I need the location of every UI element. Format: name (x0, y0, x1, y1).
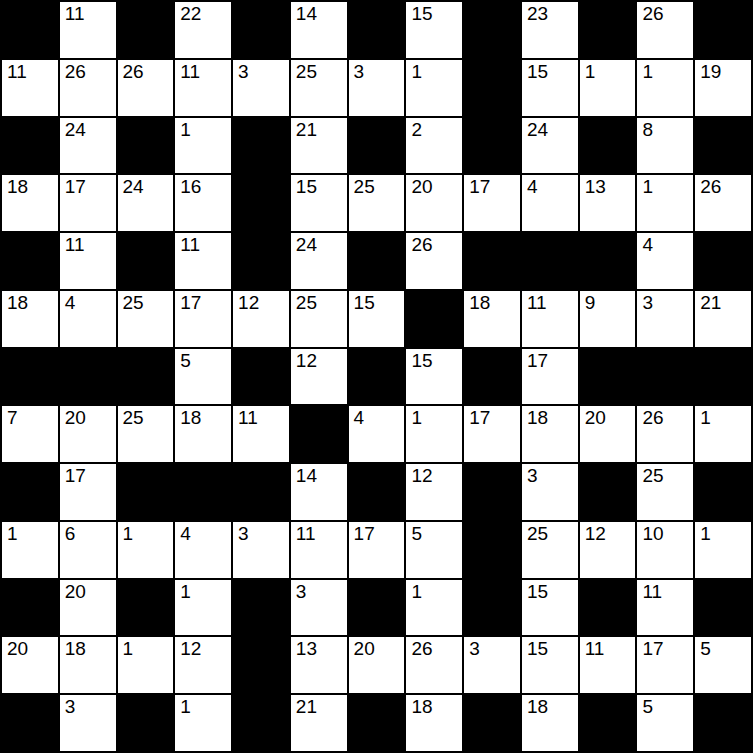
cell-number: 1 (411, 61, 422, 83)
letter-cell-r12c6[interactable]: 13 (290, 636, 348, 694)
letter-cell-r12c4[interactable]: 12 (174, 636, 232, 694)
block-cell-r13c1 (1, 694, 59, 752)
letter-cell-r6c13[interactable]: 21 (694, 290, 752, 348)
block-cell-r6c8 (405, 290, 463, 348)
block-cell-r12c5 (232, 636, 290, 694)
cell-number: 5 (642, 696, 653, 718)
cell-number: 18 (7, 176, 28, 198)
letter-cell-r9c6[interactable]: 14 (290, 463, 348, 521)
cell-number: 1 (411, 581, 422, 603)
letter-cell-r13c10[interactable]: 18 (521, 694, 579, 752)
letter-cell-r3c8[interactable]: 2 (405, 117, 463, 175)
cell-number: 1 (700, 523, 711, 545)
block-cell-r5c13 (694, 232, 752, 290)
cell-number: 1 (585, 61, 596, 83)
block-cell-r11c1 (1, 579, 59, 637)
letter-cell-r11c8[interactable]: 1 (405, 579, 463, 637)
letter-cell-r6c9[interactable]: 18 (463, 290, 521, 348)
letter-cell-r2c8[interactable]: 1 (405, 59, 463, 117)
cell-number: 12 (296, 350, 317, 372)
cell-number: 1 (700, 407, 711, 429)
cell-number: 1 (411, 407, 422, 429)
letter-cell-r8c10[interactable]: 18 (521, 405, 579, 463)
cell-number: 15 (527, 61, 548, 83)
letter-cell-r12c10[interactable]: 15 (521, 636, 579, 694)
letter-cell-r9c8[interactable]: 12 (405, 463, 463, 521)
codeword-board: 1122141523261126261132531151119241212248… (0, 0, 753, 753)
cell-number: 4 (642, 234, 653, 256)
cell-number: 6 (65, 523, 76, 545)
letter-cell-r7c8[interactable]: 15 (405, 348, 463, 406)
letter-cell-r6c1[interactable]: 18 (1, 290, 59, 348)
cell-number: 20 (585, 407, 606, 429)
cell-number: 1 (180, 696, 191, 718)
cell-number: 25 (527, 523, 548, 545)
letter-cell-r10c4[interactable]: 4 (174, 521, 232, 579)
cell-number: 18 (527, 696, 548, 718)
cell-number: 15 (296, 176, 317, 198)
letter-cell-r13c8[interactable]: 18 (405, 694, 463, 752)
letter-cell-r6c3[interactable]: 25 (117, 290, 175, 348)
block-cell-r11c11 (579, 579, 637, 637)
letter-cell-r1c12[interactable]: 26 (636, 1, 694, 59)
letter-cell-r6c6[interactable]: 25 (290, 290, 348, 348)
letter-cell-r12c3[interactable]: 1 (117, 636, 175, 694)
cell-number: 25 (123, 292, 144, 314)
cell-number: 21 (296, 696, 317, 718)
block-cell-r5c9 (463, 232, 521, 290)
cell-number: 12 (180, 638, 201, 660)
cell-number: 13 (585, 176, 606, 198)
letter-cell-r9c2[interactable]: 17 (59, 463, 117, 521)
letter-cell-r11c2[interactable]: 20 (59, 579, 117, 637)
cell-number: 11 (527, 292, 547, 314)
cell-number: 21 (296, 119, 317, 141)
cell-number: 26 (642, 407, 663, 429)
letter-cell-r10c3[interactable]: 1 (117, 521, 175, 579)
letter-cell-r2c13[interactable]: 19 (694, 59, 752, 117)
cell-number: 26 (700, 176, 721, 198)
letter-cell-r11c4[interactable]: 1 (174, 579, 232, 637)
letter-cell-r13c12[interactable]: 5 (636, 694, 694, 752)
block-cell-r1c11 (579, 1, 637, 59)
letter-cell-r1c6[interactable]: 14 (290, 1, 348, 59)
block-cell-r1c1 (1, 1, 59, 59)
letter-cell-r6c12[interactable]: 3 (636, 290, 694, 348)
cell-number: 18 (7, 292, 28, 314)
letter-cell-r8c7[interactable]: 4 (348, 405, 406, 463)
cell-number: 3 (642, 292, 653, 314)
cell-number: 3 (65, 696, 76, 718)
block-cell-r9c9 (463, 463, 521, 521)
letter-cell-r8c2[interactable]: 20 (59, 405, 117, 463)
letter-cell-r4c9[interactable]: 17 (463, 174, 521, 232)
block-cell-r5c5 (232, 232, 290, 290)
cell-number: 25 (642, 465, 663, 487)
block-cell-r9c7 (348, 463, 406, 521)
letter-cell-r3c4[interactable]: 1 (174, 117, 232, 175)
letter-cell-r2c7[interactable]: 3 (348, 59, 406, 117)
letter-cell-r2c12[interactable]: 1 (636, 59, 694, 117)
letter-cell-r7c10[interactable]: 17 (521, 348, 579, 406)
block-cell-r5c7 (348, 232, 406, 290)
letter-cell-r8c5[interactable]: 11 (232, 405, 290, 463)
letter-cell-r1c4[interactable]: 22 (174, 1, 232, 59)
cell-number: 11 (642, 581, 662, 603)
cell-number: 11 (65, 3, 85, 25)
cell-number: 3 (469, 638, 480, 660)
letter-cell-r3c12[interactable]: 8 (636, 117, 694, 175)
cell-number: 19 (700, 61, 721, 83)
block-cell-r7c9 (463, 348, 521, 406)
cell-number: 22 (180, 3, 201, 25)
cell-number: 26 (65, 61, 86, 83)
cell-number: 4 (354, 407, 365, 429)
cell-number: 23 (527, 3, 548, 25)
letter-cell-r8c8[interactable]: 1 (405, 405, 463, 463)
cell-number: 14 (296, 3, 317, 25)
cell-number: 24 (123, 176, 144, 198)
block-cell-r11c13 (694, 579, 752, 637)
cell-number: 7 (7, 407, 18, 429)
letter-cell-r5c6[interactable]: 24 (290, 232, 348, 290)
cell-number: 16 (180, 176, 201, 198)
cell-number: 3 (296, 581, 307, 603)
letter-cell-r9c12[interactable]: 25 (636, 463, 694, 521)
letter-cell-r10c1[interactable]: 1 (1, 521, 59, 579)
cell-number: 20 (411, 176, 432, 198)
cell-number: 3 (238, 523, 249, 545)
letter-cell-r2c10[interactable]: 15 (521, 59, 579, 117)
letter-cell-r5c8[interactable]: 26 (405, 232, 463, 290)
letter-cell-r6c10[interactable]: 11 (521, 290, 579, 348)
letter-cell-r9c10[interactable]: 3 (521, 463, 579, 521)
cell-number: 25 (123, 407, 144, 429)
block-cell-r5c3 (117, 232, 175, 290)
letter-cell-r5c2[interactable]: 11 (59, 232, 117, 290)
letter-cell-r10c11[interactable]: 12 (579, 521, 637, 579)
cell-number: 10 (642, 523, 663, 545)
cell-number: 9 (585, 292, 596, 314)
letter-cell-r5c4[interactable]: 11 (174, 232, 232, 290)
letter-cell-r4c8[interactable]: 20 (405, 174, 463, 232)
letter-cell-r13c4[interactable]: 1 (174, 694, 232, 752)
codeword-grid: 1122141523261126261132531151119241212248… (0, 0, 753, 753)
letter-cell-r6c2[interactable]: 4 (59, 290, 117, 348)
block-cell-r13c3 (117, 694, 175, 752)
cell-number: 1 (7, 523, 18, 545)
cell-number: 20 (7, 638, 28, 660)
letter-cell-r6c11[interactable]: 9 (579, 290, 637, 348)
letter-cell-r12c8[interactable]: 26 (405, 636, 463, 694)
block-cell-r7c5 (232, 348, 290, 406)
letter-cell-r4c12[interactable]: 1 (636, 174, 694, 232)
block-cell-r5c11 (579, 232, 637, 290)
letter-cell-r2c4[interactable]: 11 (174, 59, 232, 117)
letter-cell-r4c2[interactable]: 17 (59, 174, 117, 232)
block-cell-r8c6 (290, 405, 348, 463)
letter-cell-r2c5[interactable]: 3 (232, 59, 290, 117)
cell-number: 1 (180, 119, 191, 141)
block-cell-r3c1 (1, 117, 59, 175)
letter-cell-r10c12[interactable]: 10 (636, 521, 694, 579)
letter-cell-r4c7[interactable]: 25 (348, 174, 406, 232)
cell-number: 3 (238, 61, 249, 83)
cell-number: 5 (411, 523, 422, 545)
cell-number: 4 (527, 176, 538, 198)
cell-number: 15 (411, 3, 432, 25)
block-cell-r7c2 (59, 348, 117, 406)
block-cell-r7c11 (579, 348, 637, 406)
cell-number: 12 (238, 292, 259, 314)
cell-number: 5 (180, 350, 191, 372)
cell-number: 15 (411, 350, 432, 372)
cell-number: 1 (642, 176, 653, 198)
letter-cell-r8c11[interactable]: 20 (579, 405, 637, 463)
cell-number: 11 (180, 61, 200, 83)
cell-number: 26 (642, 3, 663, 25)
cell-number: 24 (296, 234, 317, 256)
letter-cell-r10c7[interactable]: 17 (348, 521, 406, 579)
block-cell-r13c9 (463, 694, 521, 752)
letter-cell-r3c2[interactable]: 24 (59, 117, 117, 175)
block-cell-r3c7 (348, 117, 406, 175)
cell-number: 4 (65, 292, 76, 314)
letter-cell-r6c4[interactable]: 17 (174, 290, 232, 348)
block-cell-r1c7 (348, 1, 406, 59)
cell-number: 15 (527, 638, 548, 660)
letter-cell-r10c5[interactable]: 3 (232, 521, 290, 579)
block-cell-r3c9 (463, 117, 521, 175)
letter-cell-r13c2[interactable]: 3 (59, 694, 117, 752)
cell-number: 1 (642, 61, 653, 83)
block-cell-r9c3 (117, 463, 175, 521)
cell-number: 26 (123, 61, 144, 83)
cell-number: 11 (65, 234, 85, 256)
letter-cell-r12c11[interactable]: 11 (579, 636, 637, 694)
block-cell-r13c5 (232, 694, 290, 752)
cell-number: 1 (123, 523, 134, 545)
cell-number: 20 (354, 638, 375, 660)
block-cell-r2c9 (463, 59, 521, 117)
letter-cell-r5c12[interactable]: 4 (636, 232, 694, 290)
cell-number: 13 (296, 638, 317, 660)
cell-number: 20 (65, 581, 86, 603)
block-cell-r3c13 (694, 117, 752, 175)
letter-cell-r12c9[interactable]: 3 (463, 636, 521, 694)
cell-number: 2 (411, 119, 422, 141)
cell-number: 18 (469, 292, 490, 314)
letter-cell-r4c1[interactable]: 18 (1, 174, 59, 232)
block-cell-r11c7 (348, 579, 406, 637)
cell-number: 26 (411, 638, 432, 660)
cell-number: 8 (642, 119, 653, 141)
block-cell-r7c13 (694, 348, 752, 406)
cell-number: 14 (296, 465, 317, 487)
block-cell-r3c3 (117, 117, 175, 175)
block-cell-r1c9 (463, 1, 521, 59)
block-cell-r1c3 (117, 1, 175, 59)
letter-cell-r10c2[interactable]: 6 (59, 521, 117, 579)
letter-cell-r10c8[interactable]: 5 (405, 521, 463, 579)
letter-cell-r12c12[interactable]: 17 (636, 636, 694, 694)
block-cell-r9c11 (579, 463, 637, 521)
letter-cell-r3c6[interactable]: 21 (290, 117, 348, 175)
cell-number: 11 (180, 234, 200, 256)
letter-cell-r8c1[interactable]: 7 (1, 405, 59, 463)
cell-number: 11 (7, 61, 27, 83)
letter-cell-r4c4[interactable]: 16 (174, 174, 232, 232)
cell-number: 5 (700, 638, 711, 660)
block-cell-r13c7 (348, 694, 406, 752)
letter-cell-r7c4[interactable]: 5 (174, 348, 232, 406)
cell-number: 17 (642, 638, 663, 660)
cell-number: 17 (527, 350, 548, 372)
block-cell-r13c13 (694, 694, 752, 752)
cell-number: 3 (527, 465, 538, 487)
letter-cell-r6c7[interactable]: 15 (348, 290, 406, 348)
letter-cell-r11c12[interactable]: 11 (636, 579, 694, 637)
block-cell-r7c1 (1, 348, 59, 406)
block-cell-r3c5 (232, 117, 290, 175)
cell-number: 17 (65, 176, 86, 198)
cell-number: 17 (469, 176, 490, 198)
letter-cell-r12c2[interactable]: 18 (59, 636, 117, 694)
cell-number: 24 (527, 119, 548, 141)
block-cell-r5c10 (521, 232, 579, 290)
cell-number: 1 (123, 638, 134, 660)
letter-cell-r8c4[interactable]: 18 (174, 405, 232, 463)
block-cell-r4c5 (232, 174, 290, 232)
letter-cell-r2c2[interactable]: 26 (59, 59, 117, 117)
cell-number: 3 (354, 61, 365, 83)
block-cell-r11c9 (463, 579, 521, 637)
cell-number: 11 (585, 638, 605, 660)
block-cell-r9c13 (694, 463, 752, 521)
letter-cell-r2c3[interactable]: 26 (117, 59, 175, 117)
letter-cell-r4c11[interactable]: 13 (579, 174, 637, 232)
cell-number: 18 (527, 407, 548, 429)
letter-cell-r7c6[interactable]: 12 (290, 348, 348, 406)
letter-cell-r4c3[interactable]: 24 (117, 174, 175, 232)
letter-cell-r2c1[interactable]: 11 (1, 59, 59, 117)
letter-cell-r4c10[interactable]: 4 (521, 174, 579, 232)
letter-cell-r13c6[interactable]: 21 (290, 694, 348, 752)
letter-cell-r1c2[interactable]: 11 (59, 1, 117, 59)
letter-cell-r11c6[interactable]: 3 (290, 579, 348, 637)
cell-number: 25 (354, 176, 375, 198)
block-cell-r7c3 (117, 348, 175, 406)
cell-number: 18 (180, 407, 201, 429)
block-cell-r1c5 (232, 1, 290, 59)
letter-cell-r2c6[interactable]: 25 (290, 59, 348, 117)
letter-cell-r4c13[interactable]: 26 (694, 174, 752, 232)
cell-number: 21 (700, 292, 721, 314)
letter-cell-r12c13[interactable]: 5 (694, 636, 752, 694)
cell-number: 18 (65, 638, 86, 660)
block-cell-r9c4 (174, 463, 232, 521)
cell-number: 11 (296, 523, 316, 545)
block-cell-r5c1 (1, 232, 59, 290)
block-cell-r11c5 (232, 579, 290, 637)
letter-cell-r10c10[interactable]: 25 (521, 521, 579, 579)
cell-number: 26 (411, 234, 432, 256)
block-cell-r7c7 (348, 348, 406, 406)
letter-cell-r1c10[interactable]: 23 (521, 1, 579, 59)
letter-cell-r3c10[interactable]: 24 (521, 117, 579, 175)
block-cell-r7c12 (636, 348, 694, 406)
letter-cell-r10c6[interactable]: 11 (290, 521, 348, 579)
cell-number: 11 (238, 407, 258, 429)
cell-number: 25 (296, 61, 317, 83)
cell-number: 17 (354, 523, 375, 545)
block-cell-r9c5 (232, 463, 290, 521)
letter-cell-r4c6[interactable]: 15 (290, 174, 348, 232)
cell-number: 12 (585, 523, 606, 545)
block-cell-r9c1 (1, 463, 59, 521)
letter-cell-r11c10[interactable]: 15 (521, 579, 579, 637)
block-cell-r1c13 (694, 1, 752, 59)
letter-cell-r8c12[interactable]: 26 (636, 405, 694, 463)
cell-number: 15 (354, 292, 375, 314)
cell-number: 4 (180, 523, 191, 545)
letter-cell-r12c7[interactable]: 20 (348, 636, 406, 694)
cell-number: 17 (65, 465, 86, 487)
cell-number: 1 (180, 581, 191, 603)
letter-cell-r2c11[interactable]: 1 (579, 59, 637, 117)
cell-number: 24 (65, 119, 86, 141)
block-cell-r11c3 (117, 579, 175, 637)
block-cell-r13c11 (579, 694, 637, 752)
cell-number: 20 (65, 407, 86, 429)
letter-cell-r8c13[interactable]: 1 (694, 405, 752, 463)
block-cell-r10c9 (463, 521, 521, 579)
letter-cell-r12c1[interactable]: 20 (1, 636, 59, 694)
cell-number: 15 (527, 581, 548, 603)
cell-number: 12 (411, 465, 432, 487)
cell-number: 25 (296, 292, 317, 314)
letter-cell-r8c3[interactable]: 25 (117, 405, 175, 463)
cell-number: 17 (180, 292, 201, 314)
block-cell-r3c11 (579, 117, 637, 175)
cell-number: 17 (469, 407, 490, 429)
letter-cell-r6c5[interactable]: 12 (232, 290, 290, 348)
letter-cell-r1c8[interactable]: 15 (405, 1, 463, 59)
cell-number: 18 (411, 696, 432, 718)
letter-cell-r10c13[interactable]: 1 (694, 521, 752, 579)
letter-cell-r8c9[interactable]: 17 (463, 405, 521, 463)
